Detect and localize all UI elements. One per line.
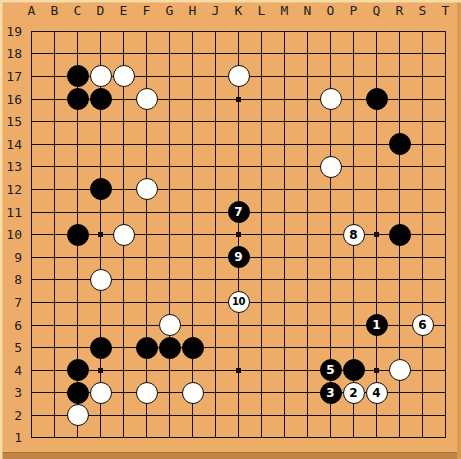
intersection-E16[interactable] [112,88,135,111]
intersection-D10[interactable] [89,223,112,246]
intersection-O19[interactable] [319,20,342,43]
intersection-Q13[interactable] [365,156,388,179]
intersection-G19[interactable] [158,20,181,43]
intersection-O5[interactable] [319,336,342,359]
intersection-O9[interactable] [319,246,342,269]
intersection-H14[interactable] [181,133,204,156]
intersection-P4[interactable] [342,359,365,382]
intersection-B12[interactable] [43,178,66,201]
intersection-J12[interactable] [204,178,227,201]
intersection-C4[interactable] [66,359,89,382]
intersection-N9[interactable] [296,246,319,269]
intersection-N5[interactable] [296,336,319,359]
intersection-D13[interactable] [89,156,112,179]
intersection-H9[interactable] [181,246,204,269]
intersection-O11[interactable] [319,201,342,224]
intersection-N11[interactable] [296,201,319,224]
intersection-C14[interactable] [66,133,89,156]
intersection-Q14[interactable] [365,133,388,156]
intersection-T5[interactable] [434,336,457,359]
intersection-L9[interactable] [250,246,273,269]
intersection-D2[interactable] [89,404,112,427]
intersection-H8[interactable] [181,269,204,292]
intersection-B5[interactable] [43,336,66,359]
intersection-B1[interactable] [43,427,66,450]
intersection-E4[interactable] [112,359,135,382]
intersection-Q17[interactable] [365,65,388,88]
intersection-O6[interactable] [319,314,342,337]
intersection-R3[interactable] [388,382,411,405]
intersection-S7[interactable] [411,291,434,314]
intersection-K11[interactable]: 7 [227,201,250,224]
intersection-M6[interactable] [273,314,296,337]
intersection-G6[interactable] [158,314,181,337]
intersection-P17[interactable] [342,65,365,88]
intersection-O18[interactable] [319,43,342,66]
intersection-S4[interactable] [411,359,434,382]
intersection-H11[interactable] [181,201,204,224]
intersection-G12[interactable] [158,178,181,201]
intersection-C11[interactable] [66,201,89,224]
intersection-D15[interactable] [89,110,112,133]
intersection-Q3[interactable]: 4 [365,382,388,405]
intersection-F2[interactable] [135,404,158,427]
intersection-N19[interactable] [296,20,319,43]
intersection-J16[interactable] [204,88,227,111]
intersection-S18[interactable] [411,43,434,66]
intersection-P14[interactable] [342,133,365,156]
intersection-O10[interactable] [319,223,342,246]
intersection-B6[interactable] [43,314,66,337]
intersection-S17[interactable] [411,65,434,88]
intersection-R4[interactable] [388,359,411,382]
intersection-L2[interactable] [250,404,273,427]
intersection-P16[interactable] [342,88,365,111]
intersection-C7[interactable] [66,291,89,314]
intersection-P9[interactable] [342,246,365,269]
intersection-R17[interactable] [388,65,411,88]
intersection-M14[interactable] [273,133,296,156]
intersection-E14[interactable] [112,133,135,156]
intersection-R12[interactable] [388,178,411,201]
intersection-L11[interactable] [250,201,273,224]
intersection-K18[interactable] [227,43,250,66]
intersection-H12[interactable] [181,178,204,201]
intersection-M16[interactable] [273,88,296,111]
intersection-P13[interactable] [342,156,365,179]
intersection-Q16[interactable] [365,88,388,111]
intersection-L16[interactable] [250,88,273,111]
intersection-C10[interactable] [66,223,89,246]
intersection-E11[interactable] [112,201,135,224]
intersection-L8[interactable] [250,269,273,292]
intersection-P12[interactable] [342,178,365,201]
intersection-F3[interactable] [135,382,158,405]
intersection-J1[interactable] [204,427,227,450]
intersection-G18[interactable] [158,43,181,66]
intersection-N1[interactable] [296,427,319,450]
intersection-O8[interactable] [319,269,342,292]
intersection-F16[interactable] [135,88,158,111]
intersection-B17[interactable] [43,65,66,88]
intersection-H7[interactable] [181,291,204,314]
intersection-J3[interactable] [204,382,227,405]
intersection-G14[interactable] [158,133,181,156]
intersection-M15[interactable] [273,110,296,133]
intersection-G7[interactable] [158,291,181,314]
intersection-M10[interactable] [273,223,296,246]
intersection-R11[interactable] [388,201,411,224]
intersection-D1[interactable] [89,427,112,450]
intersection-L10[interactable] [250,223,273,246]
intersection-G3[interactable] [158,382,181,405]
intersection-E10[interactable] [112,223,135,246]
intersection-B18[interactable] [43,43,66,66]
intersection-T15[interactable] [434,110,457,133]
intersection-O16[interactable] [319,88,342,111]
intersection-G5[interactable] [158,336,181,359]
intersection-P19[interactable] [342,20,365,43]
intersection-K14[interactable] [227,133,250,156]
intersection-S12[interactable] [411,178,434,201]
intersection-E8[interactable] [112,269,135,292]
intersection-E13[interactable] [112,156,135,179]
intersection-J7[interactable] [204,291,227,314]
intersection-K9[interactable]: 9 [227,246,250,269]
intersection-T12[interactable] [434,178,457,201]
intersection-P18[interactable] [342,43,365,66]
intersection-Q10[interactable] [365,223,388,246]
intersection-T14[interactable] [434,133,457,156]
intersection-S8[interactable] [411,269,434,292]
intersection-R2[interactable] [388,404,411,427]
intersection-B16[interactable] [43,88,66,111]
intersection-J6[interactable] [204,314,227,337]
intersection-T8[interactable] [434,269,457,292]
intersection-C15[interactable] [66,110,89,133]
intersection-C3[interactable] [66,382,89,405]
intersection-D14[interactable] [89,133,112,156]
intersection-S14[interactable] [411,133,434,156]
intersection-J14[interactable] [204,133,227,156]
intersection-D19[interactable] [89,20,112,43]
intersection-M1[interactable] [273,427,296,450]
intersection-T7[interactable] [434,291,457,314]
intersection-H6[interactable] [181,314,204,337]
intersection-B13[interactable] [43,156,66,179]
intersection-L18[interactable] [250,43,273,66]
intersection-J15[interactable] [204,110,227,133]
intersection-L14[interactable] [250,133,273,156]
intersection-F11[interactable] [135,201,158,224]
intersection-D18[interactable] [89,43,112,66]
intersection-N18[interactable] [296,43,319,66]
intersection-R15[interactable] [388,110,411,133]
intersection-N2[interactable] [296,404,319,427]
intersection-T16[interactable] [434,88,457,111]
intersection-G15[interactable] [158,110,181,133]
intersection-K13[interactable] [227,156,250,179]
intersection-M17[interactable] [273,65,296,88]
intersection-H4[interactable] [181,359,204,382]
intersection-C16[interactable] [66,88,89,111]
intersection-B10[interactable] [43,223,66,246]
intersection-F10[interactable] [135,223,158,246]
intersection-B11[interactable] [43,201,66,224]
intersection-R18[interactable] [388,43,411,66]
intersection-R7[interactable] [388,291,411,314]
intersection-E12[interactable] [112,178,135,201]
intersection-F5[interactable] [135,336,158,359]
intersection-P5[interactable] [342,336,365,359]
intersection-D17[interactable] [89,65,112,88]
intersection-O12[interactable] [319,178,342,201]
intersection-R14[interactable] [388,133,411,156]
intersection-B4[interactable] [43,359,66,382]
intersection-J8[interactable] [204,269,227,292]
intersection-P2[interactable] [342,404,365,427]
intersection-S2[interactable] [411,404,434,427]
intersection-D8[interactable] [89,269,112,292]
intersection-L6[interactable] [250,314,273,337]
intersection-J18[interactable] [204,43,227,66]
intersection-C1[interactable] [66,427,89,450]
intersection-O3[interactable]: 3 [319,382,342,405]
intersection-B2[interactable] [43,404,66,427]
intersection-Q1[interactable] [365,427,388,450]
intersection-P11[interactable] [342,201,365,224]
intersection-E9[interactable] [112,246,135,269]
intersection-B15[interactable] [43,110,66,133]
intersection-E1[interactable] [112,427,135,450]
intersection-J5[interactable] [204,336,227,359]
intersection-G13[interactable] [158,156,181,179]
intersection-C13[interactable] [66,156,89,179]
intersection-C5[interactable] [66,336,89,359]
intersection-S16[interactable] [411,88,434,111]
intersection-Q5[interactable] [365,336,388,359]
intersection-P6[interactable] [342,314,365,337]
intersection-H2[interactable] [181,404,204,427]
intersection-S9[interactable] [411,246,434,269]
intersection-D7[interactable] [89,291,112,314]
intersection-D12[interactable] [89,178,112,201]
intersection-C18[interactable] [66,43,89,66]
intersection-E6[interactable] [112,314,135,337]
intersection-N7[interactable] [296,291,319,314]
intersection-R16[interactable] [388,88,411,111]
intersection-T11[interactable] [434,201,457,224]
intersection-E2[interactable] [112,404,135,427]
intersection-H1[interactable] [181,427,204,450]
intersection-R5[interactable] [388,336,411,359]
intersection-S10[interactable] [411,223,434,246]
intersection-R1[interactable] [388,427,411,450]
intersection-E18[interactable] [112,43,135,66]
intersection-H10[interactable] [181,223,204,246]
intersection-L5[interactable] [250,336,273,359]
intersection-Q7[interactable] [365,291,388,314]
intersection-F14[interactable] [135,133,158,156]
intersection-F12[interactable] [135,178,158,201]
intersection-Q11[interactable] [365,201,388,224]
intersection-Q18[interactable] [365,43,388,66]
intersection-T10[interactable] [434,223,457,246]
intersection-L1[interactable] [250,427,273,450]
intersection-F1[interactable] [135,427,158,450]
intersection-R8[interactable] [388,269,411,292]
intersection-Q2[interactable] [365,404,388,427]
intersection-S13[interactable] [411,156,434,179]
intersection-T18[interactable] [434,43,457,66]
intersection-B9[interactable] [43,246,66,269]
intersection-D9[interactable] [89,246,112,269]
intersection-S15[interactable] [411,110,434,133]
intersection-G11[interactable] [158,201,181,224]
intersection-J11[interactable] [204,201,227,224]
intersection-E7[interactable] [112,291,135,314]
intersection-G16[interactable] [158,88,181,111]
intersection-H13[interactable] [181,156,204,179]
intersection-B7[interactable] [43,291,66,314]
intersection-N3[interactable] [296,382,319,405]
intersection-F6[interactable] [135,314,158,337]
intersection-C12[interactable] [66,178,89,201]
intersection-D3[interactable] [89,382,112,405]
intersection-F9[interactable] [135,246,158,269]
intersection-G4[interactable] [158,359,181,382]
intersection-T19[interactable] [434,20,457,43]
intersection-E15[interactable] [112,110,135,133]
intersection-C19[interactable] [66,20,89,43]
intersection-G8[interactable] [158,269,181,292]
intersection-M8[interactable] [273,269,296,292]
intersection-Q4[interactable] [365,359,388,382]
intersection-J13[interactable] [204,156,227,179]
intersection-N12[interactable] [296,178,319,201]
intersection-G9[interactable] [158,246,181,269]
intersection-S1[interactable] [411,427,434,450]
intersection-K6[interactable] [227,314,250,337]
intersection-F18[interactable] [135,43,158,66]
intersection-L7[interactable] [250,291,273,314]
intersection-E17[interactable] [112,65,135,88]
intersection-H3[interactable] [181,382,204,405]
intersection-P7[interactable] [342,291,365,314]
intersection-D11[interactable] [89,201,112,224]
intersection-C17[interactable] [66,65,89,88]
intersection-T6[interactable] [434,314,457,337]
intersection-M13[interactable] [273,156,296,179]
intersection-M19[interactable] [273,20,296,43]
intersection-S5[interactable] [411,336,434,359]
intersection-Q12[interactable] [365,178,388,201]
intersection-O7[interactable] [319,291,342,314]
intersection-C2[interactable] [66,404,89,427]
intersection-T13[interactable] [434,156,457,179]
intersection-N4[interactable] [296,359,319,382]
intersection-N15[interactable] [296,110,319,133]
intersection-C6[interactable] [66,314,89,337]
intersection-N13[interactable] [296,156,319,179]
intersection-H17[interactable] [181,65,204,88]
intersection-Q6[interactable]: 1 [365,314,388,337]
intersection-T9[interactable] [434,246,457,269]
intersection-M7[interactable] [273,291,296,314]
intersection-N10[interactable] [296,223,319,246]
intersection-H15[interactable] [181,110,204,133]
intersection-F17[interactable] [135,65,158,88]
intersection-D16[interactable] [89,88,112,111]
intersection-B8[interactable] [43,269,66,292]
intersection-G1[interactable] [158,427,181,450]
intersection-N16[interactable] [296,88,319,111]
intersection-T4[interactable] [434,359,457,382]
intersection-P8[interactable] [342,269,365,292]
intersection-K5[interactable] [227,336,250,359]
intersection-S11[interactable] [411,201,434,224]
intersection-O13[interactable] [319,156,342,179]
intersection-R19[interactable] [388,20,411,43]
intersection-K1[interactable] [227,427,250,450]
intersection-Q8[interactable] [365,269,388,292]
intersection-L17[interactable] [250,65,273,88]
intersection-F19[interactable] [135,20,158,43]
intersection-N8[interactable] [296,269,319,292]
intersection-E19[interactable] [112,20,135,43]
intersection-Q15[interactable] [365,110,388,133]
intersection-K15[interactable] [227,110,250,133]
intersection-O15[interactable] [319,110,342,133]
intersection-L12[interactable] [250,178,273,201]
intersection-R10[interactable] [388,223,411,246]
intersection-P15[interactable] [342,110,365,133]
intersection-L13[interactable] [250,156,273,179]
intersection-K8[interactable] [227,269,250,292]
intersection-S6[interactable]: 6 [411,314,434,337]
intersection-S3[interactable] [411,382,434,405]
intersection-C8[interactable] [66,269,89,292]
intersection-P3[interactable]: 2 [342,382,365,405]
intersection-D6[interactable] [89,314,112,337]
intersection-K10[interactable] [227,223,250,246]
intersection-L15[interactable] [250,110,273,133]
intersection-K17[interactable] [227,65,250,88]
intersection-N14[interactable] [296,133,319,156]
intersection-O4[interactable]: 5 [319,359,342,382]
intersection-M3[interactable] [273,382,296,405]
intersection-J19[interactable] [204,20,227,43]
intersection-K19[interactable] [227,20,250,43]
intersection-G10[interactable] [158,223,181,246]
intersection-P10[interactable]: 8 [342,223,365,246]
intersection-K2[interactable] [227,404,250,427]
intersection-M4[interactable] [273,359,296,382]
intersection-T2[interactable] [434,404,457,427]
intersection-O2[interactable] [319,404,342,427]
intersection-B3[interactable] [43,382,66,405]
intersection-J2[interactable] [204,404,227,427]
intersection-O1[interactable] [319,427,342,450]
intersection-R9[interactable] [388,246,411,269]
intersection-F4[interactable] [135,359,158,382]
intersection-O17[interactable] [319,65,342,88]
intersection-K3[interactable] [227,382,250,405]
intersection-F7[interactable] [135,291,158,314]
intersection-E5[interactable] [112,336,135,359]
intersection-O14[interactable] [319,133,342,156]
intersection-M9[interactable] [273,246,296,269]
